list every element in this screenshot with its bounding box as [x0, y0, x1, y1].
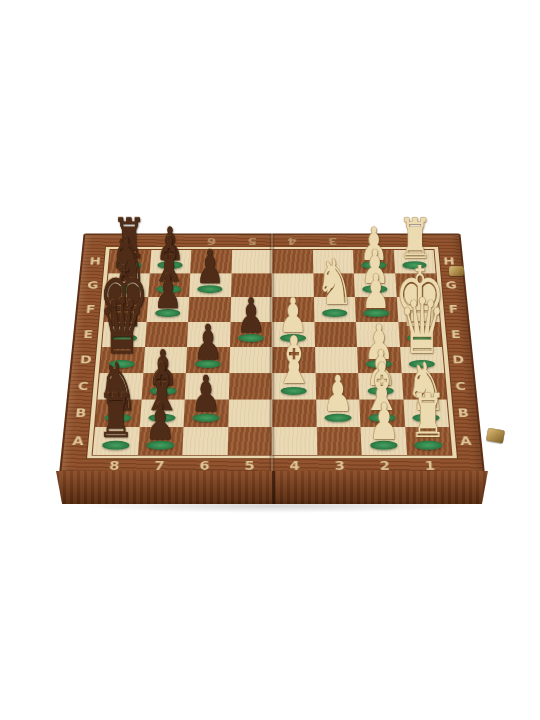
rank-label-bottom: 5 — [244, 459, 254, 473]
square-d1[interactable] — [400, 347, 445, 373]
rank-label-bottom: 4 — [289, 459, 299, 473]
square-h1[interactable] — [393, 250, 435, 273]
square-g6[interactable] — [189, 273, 231, 297]
square-d2[interactable] — [357, 347, 401, 373]
square-d8[interactable] — [100, 347, 145, 373]
board-plane: HHGGFFEEDDCCBBAA8877665544332211 — [59, 234, 485, 476]
rank-label-top: 5 — [247, 236, 256, 247]
square-b7[interactable] — [139, 400, 184, 427]
file-label-right: G — [445, 279, 457, 290]
square-b1[interactable] — [403, 400, 449, 427]
square-f4[interactable] — [272, 297, 314, 322]
square-d4[interactable] — [272, 347, 315, 373]
square-a5[interactable] — [227, 427, 272, 455]
file-label-right: B — [457, 407, 469, 420]
square-c2[interactable] — [358, 373, 403, 400]
square-f3[interactable] — [313, 297, 355, 322]
square-f8[interactable] — [104, 297, 148, 322]
board-shadow — [78, 499, 468, 513]
file-label-left: H — [89, 256, 101, 267]
square-h8[interactable] — [108, 250, 150, 273]
square-h5[interactable] — [231, 250, 272, 273]
square-c3[interactable] — [315, 373, 359, 400]
square-b6[interactable] — [184, 400, 229, 427]
square-b5[interactable] — [228, 400, 272, 427]
square-h3[interactable] — [312, 250, 353, 273]
rank-label-top: 7 — [167, 236, 177, 247]
square-e5[interactable] — [230, 322, 273, 347]
rank-label-bottom: 7 — [154, 459, 165, 473]
file-label-left: B — [75, 407, 87, 420]
rank-label-top: 2 — [368, 236, 378, 247]
rank-label-top: 4 — [287, 236, 296, 247]
file-label-right: D — [452, 354, 465, 366]
rank-label-bottom: 8 — [109, 459, 120, 473]
square-g2[interactable] — [354, 273, 396, 297]
square-a3[interactable] — [316, 427, 361, 455]
square-h4[interactable] — [272, 250, 313, 273]
square-d6[interactable] — [186, 347, 230, 373]
square-e4[interactable] — [272, 322, 315, 347]
rank-label-bottom: 2 — [379, 459, 390, 473]
square-d7[interactable] — [143, 347, 187, 373]
square-e2[interactable] — [356, 322, 400, 347]
square-c5[interactable] — [228, 373, 272, 400]
square-c4[interactable] — [272, 373, 316, 400]
rank-label-top: 3 — [328, 236, 338, 247]
square-b8[interactable] — [95, 400, 141, 427]
file-label-left: A — [72, 434, 85, 447]
file-label-right: C — [455, 380, 467, 393]
square-h7[interactable] — [149, 250, 191, 273]
square-f6[interactable] — [188, 297, 230, 322]
square-a6[interactable] — [182, 427, 227, 455]
fold-seam — [269, 234, 275, 476]
square-a2[interactable] — [360, 427, 406, 455]
square-h6[interactable] — [190, 250, 231, 273]
file-label-left: D — [79, 354, 92, 366]
square-a7[interactable] — [137, 427, 183, 455]
square-g7[interactable] — [148, 273, 190, 297]
file-label-right: A — [460, 434, 473, 447]
square-g3[interactable] — [313, 273, 355, 297]
square-f2[interactable] — [355, 297, 398, 322]
square-a4[interactable] — [272, 427, 317, 455]
square-b4[interactable] — [272, 400, 316, 427]
rank-label-top: 6 — [207, 236, 217, 247]
square-h2[interactable] — [353, 250, 395, 273]
square-g1[interactable] — [395, 273, 438, 297]
rank-label-bottom: 3 — [334, 459, 345, 473]
square-c7[interactable] — [141, 373, 186, 400]
square-e8[interactable] — [102, 322, 146, 347]
square-b3[interactable] — [316, 400, 361, 427]
square-d5[interactable] — [229, 347, 272, 373]
file-label-right: E — [450, 328, 461, 340]
square-e7[interactable] — [145, 322, 189, 347]
square-g5[interactable] — [231, 273, 272, 297]
square-c1[interactable] — [401, 373, 446, 400]
square-c8[interactable] — [97, 373, 142, 400]
square-f5[interactable] — [230, 297, 272, 322]
square-e1[interactable] — [398, 322, 442, 347]
brass-latch-icon — [486, 428, 505, 444]
square-a1[interactable] — [405, 427, 452, 455]
file-label-left: F — [85, 304, 95, 316]
square-g4[interactable] — [272, 273, 313, 297]
file-label-left: C — [77, 380, 89, 393]
brass-latch-icon — [449, 266, 464, 276]
file-label-right: F — [448, 304, 458, 316]
file-label-left: G — [87, 279, 99, 290]
square-f1[interactable] — [396, 297, 440, 322]
square-a8[interactable] — [93, 427, 140, 455]
square-g8[interactable] — [106, 273, 149, 297]
square-d3[interactable] — [315, 347, 359, 373]
square-b2[interactable] — [359, 400, 404, 427]
rank-label-top: 8 — [126, 236, 136, 247]
square-e3[interactable] — [314, 322, 357, 347]
square-c6[interactable] — [185, 373, 229, 400]
rank-label-bottom: 6 — [199, 459, 210, 473]
file-label-left: E — [83, 328, 94, 340]
square-e6[interactable] — [187, 322, 230, 347]
rank-label-bottom: 1 — [424, 459, 435, 473]
product-photo-chessboard: HHGGFFEEDDCCBBAA8877665544332211 ♜♞♛♚♞♜♟… — [0, 0, 540, 720]
square-f7[interactable] — [146, 297, 189, 322]
rank-label-top: 1 — [408, 236, 418, 247]
